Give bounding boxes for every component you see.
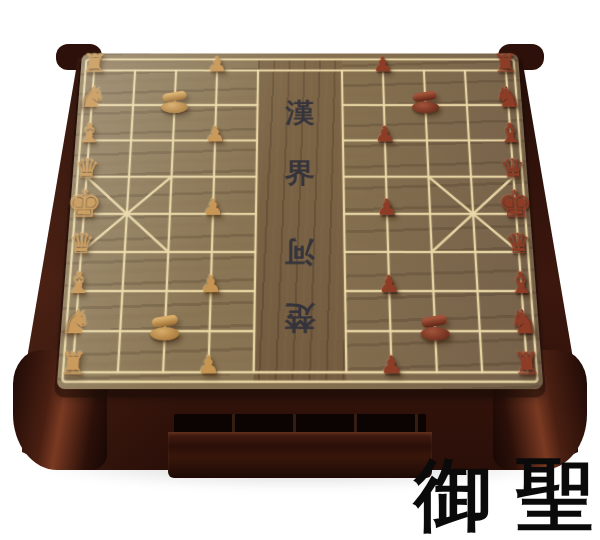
piece-dark-knight[interactable]: ♞: [493, 83, 524, 112]
piece-light-knight[interactable]: ♞: [77, 83, 108, 112]
piece-light-advisor[interactable]: ♛: [68, 230, 96, 258]
piece-light-soldier[interactable]: ♟: [197, 353, 220, 378]
piece-dark-soldier[interactable]: ♟: [380, 353, 403, 378]
piece-light-soldier[interactable]: ♟: [200, 273, 223, 297]
piece-dark-rook[interactable]: ♜: [512, 348, 542, 379]
piece-light-knight[interactable]: ♞: [60, 305, 93, 338]
piece-light-soldier[interactable]: ♟: [207, 55, 228, 75]
piece-light-elephant[interactable]: ♝: [76, 120, 104, 147]
piece-dark-elephant[interactable]: ♝: [496, 120, 524, 147]
piece-dark-advisor[interactable]: ♛: [499, 156, 527, 182]
piece-light-soldier[interactable]: ♟: [204, 124, 226, 145]
piece-dark-soldier[interactable]: ♟: [378, 273, 401, 297]
piece-dark-cannon[interactable]: [417, 316, 453, 340]
brand-char-yu: 御: [414, 456, 492, 534]
pieces-layer: ♜♞♝♛♚♛♝♞♜♟♟♟♟♟♜♞♝♛♚♛♝♞♜♟♟♟♟♟: [57, 54, 544, 390]
piece-dark-advisor[interactable]: ♛: [504, 230, 532, 258]
piece-dark-elephant[interactable]: ♝: [506, 268, 536, 298]
piece-dark-soldier[interactable]: ♟: [372, 55, 393, 75]
xiangqi-board: 漢 界 楚 河 ♜♞♝♛♚♛♝♞♜♟♟♟♟♟♜♞♝♛♚♛♝♞♜♟♟♟♟♟: [57, 54, 544, 390]
brand-calligraphy: 御 聖: [414, 456, 594, 534]
piece-light-soldier[interactable]: ♟: [202, 196, 224, 218]
piece-dark-rook[interactable]: ♜: [492, 51, 519, 76]
storage-drawer[interactable]: [168, 414, 432, 478]
piece-light-elephant[interactable]: ♝: [64, 268, 94, 298]
piece-dark-soldier[interactable]: ♟: [374, 124, 396, 145]
piece-dark-king[interactable]: ♚: [496, 185, 534, 222]
piece-dark-soldier[interactable]: ♟: [376, 196, 398, 218]
piece-light-cannon[interactable]: [147, 316, 183, 340]
piece-dark-cannon[interactable]: [409, 92, 443, 113]
brand-char-sheng: 聖: [516, 456, 594, 534]
product-photo-scene: 漢 界 楚 河 ♜♞♝♛♚♛♝♞♜♟♟♟♟♟♜♞♝♛♚♛♝♞♜♟♟♟♟♟ 御 聖: [0, 0, 600, 540]
drawer-front[interactable]: [168, 432, 432, 478]
piece-light-rook[interactable]: ♜: [58, 348, 88, 379]
piece-light-rook[interactable]: ♜: [81, 51, 108, 76]
piece-dark-knight[interactable]: ♞: [507, 305, 540, 338]
piece-light-cannon[interactable]: [158, 92, 192, 113]
piece-light-king[interactable]: ♚: [65, 185, 103, 222]
piece-light-advisor[interactable]: ♛: [73, 156, 101, 182]
